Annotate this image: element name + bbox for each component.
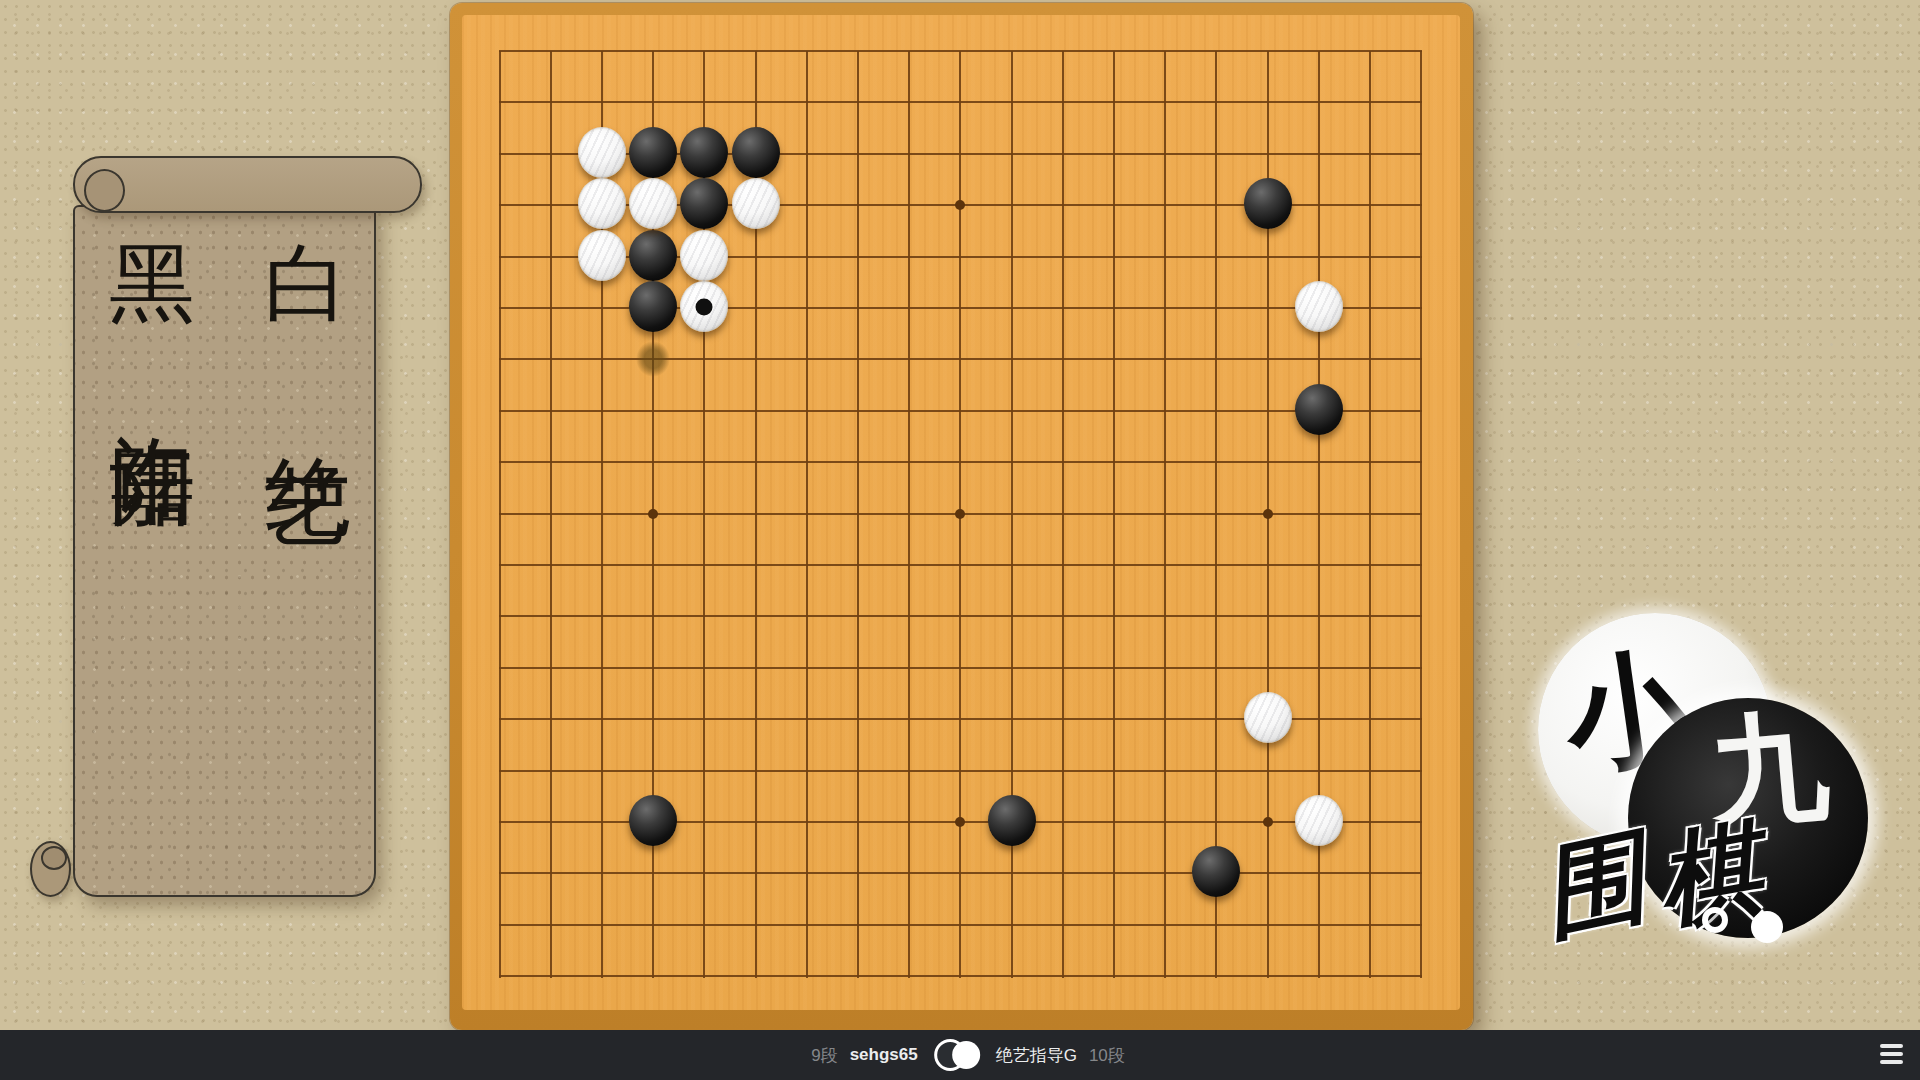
black-player-rank: 9段: [811, 1044, 837, 1067]
players-summary: 9段 sehgs65 绝艺指导G 10段: [811, 1030, 1125, 1080]
hamburger-menu-icon[interactable]: [1880, 1044, 1903, 1066]
logo-char-wei: 围: [1533, 824, 1654, 945]
scroll-bottom-roller-spiral: [41, 846, 67, 870]
white-stone-icon: [952, 1041, 980, 1069]
black-player-account: sehgs65: [850, 1045, 918, 1065]
logo-ring-dot: [1702, 907, 1728, 933]
white-player-rank: 10段: [1089, 1044, 1125, 1067]
go-board[interactable]: [462, 15, 1460, 1010]
black-player-name: 许嘉阳: [107, 366, 197, 390]
white-player-label: 白: [262, 240, 352, 326]
white-player-name: 绝艺: [262, 388, 352, 404]
app-root: 白 黑 绝艺 许嘉阳 小 九 围 棋 9段 sehgs65 绝艺指导G 10段: [0, 0, 1920, 1080]
app-logo: 小 九 围 棋: [1530, 605, 1890, 965]
scroll-top-roller: [73, 156, 422, 213]
white-player-account: 绝艺指导G: [996, 1044, 1077, 1067]
black-player-label: 黑: [107, 240, 197, 326]
black-white-stones-icon: [934, 1039, 980, 1071]
status-bar: 9段 sehgs65 绝艺指导G 10段: [0, 1030, 1920, 1080]
scroll-top-roller-spiral: [84, 169, 125, 212]
logo-solid-dot: [1751, 911, 1783, 943]
